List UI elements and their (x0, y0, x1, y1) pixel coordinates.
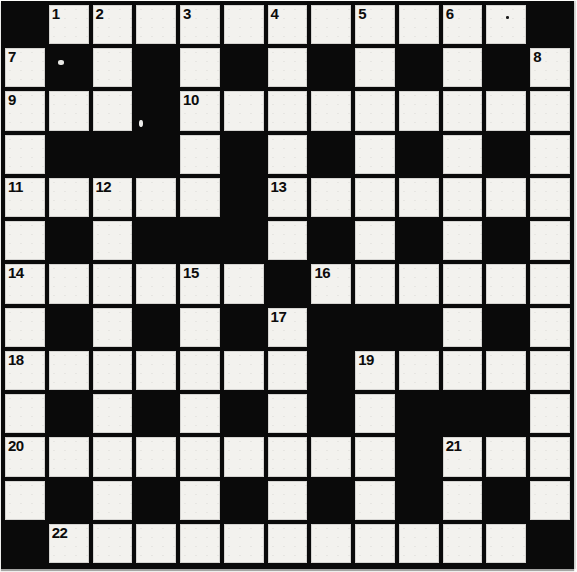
letter-cell-r6-c10[interactable] (443, 264, 483, 303)
letter-cell-r8-c2[interactable] (93, 351, 133, 390)
letter-cell-r7-c10[interactable] (443, 308, 483, 347)
block-cell-r7-c3 (136, 308, 176, 347)
letter-cell-r10-c3[interactable] (136, 437, 176, 476)
scan-artifact (506, 16, 509, 19)
block-cell-r11-c3 (136, 481, 176, 520)
block-cell-r3-c2 (93, 135, 133, 174)
block-cell-r6-c6 (268, 264, 308, 303)
letter-cell-r11-c2[interactable] (93, 481, 133, 520)
block-cell-r11-c1 (49, 481, 89, 520)
letter-cell-r12-c6[interactable] (268, 524, 308, 563)
letter-cell-r5-c6[interactable] (268, 221, 308, 260)
letter-cell-r7-c2[interactable] (93, 308, 133, 347)
letter-cell-r12-c2[interactable] (93, 524, 133, 563)
block-cell-r9-c5 (224, 394, 264, 433)
block-cell-r0-c0 (5, 5, 45, 44)
letter-cell-r10-c5[interactable] (224, 437, 264, 476)
block-cell-r11-c5 (224, 481, 264, 520)
letter-cell-r7-c6[interactable]: 17 (268, 308, 308, 347)
letter-cell-r6-c2[interactable] (93, 264, 133, 303)
letter-cell-r0-c2[interactable]: 2 (93, 5, 133, 44)
letter-cell-r9-c4[interactable] (180, 394, 220, 433)
letter-cell-r0-c11[interactable] (486, 5, 526, 44)
letter-cell-r12-c9[interactable] (399, 524, 439, 563)
letter-cell-r0-c4[interactable]: 3 (180, 5, 220, 44)
block-cell-r11-c7 (311, 481, 351, 520)
letter-cell-r9-c12[interactable] (530, 394, 570, 433)
block-cell-r5-c1 (49, 221, 89, 260)
letter-cell-r7-c12[interactable] (530, 308, 570, 347)
letter-cell-r5-c10[interactable] (443, 221, 483, 260)
clue-number-10: 10 (183, 91, 199, 109)
block-cell-r4-c5 (224, 178, 264, 217)
letter-cell-r2-c2[interactable] (93, 91, 133, 130)
block-cell-r5-c9 (399, 221, 439, 260)
letter-cell-r3-c10[interactable] (443, 135, 483, 174)
clue-number-6: 6 (446, 5, 454, 23)
letter-cell-r2-c11[interactable] (486, 91, 526, 130)
letter-cell-r8-c10[interactable] (443, 351, 483, 390)
letter-cell-r12-c1[interactable]: 22 (49, 524, 89, 563)
letter-cell-r0-c10[interactable]: 6 (443, 5, 483, 44)
letter-cell-r1-c4[interactable] (180, 48, 220, 87)
block-cell-r5-c3 (136, 221, 176, 260)
letter-cell-r0-c6[interactable]: 4 (268, 5, 308, 44)
letter-cell-r6-c12[interactable] (530, 264, 570, 303)
block-cell-r1-c11 (486, 48, 526, 87)
letter-cell-r4-c6[interactable]: 13 (268, 178, 308, 217)
letter-cell-r8-c8[interactable]: 19 (355, 351, 395, 390)
letter-cell-r1-c2[interactable] (93, 48, 133, 87)
letter-cell-r9-c2[interactable] (93, 394, 133, 433)
letter-cell-r4-c8[interactable] (355, 178, 395, 217)
letter-cell-r4-c7[interactable] (311, 178, 351, 217)
letter-cell-r10-c8[interactable] (355, 437, 395, 476)
block-cell-r9-c10 (443, 394, 483, 433)
letter-cell-r5-c12[interactable] (530, 221, 570, 260)
letter-cell-r1-c10[interactable] (443, 48, 483, 87)
letter-cell-r10-c10[interactable]: 21 (443, 437, 483, 476)
letter-cell-r1-c8[interactable] (355, 48, 395, 87)
letter-cell-r8-c1[interactable] (49, 351, 89, 390)
block-cell-r1-c1 (49, 48, 89, 87)
block-cell-r7-c11 (486, 308, 526, 347)
letter-cell-r4-c12[interactable] (530, 178, 570, 217)
letter-cell-r6-c7[interactable]: 16 (311, 264, 351, 303)
letter-cell-r4-c9[interactable] (399, 178, 439, 217)
crossword-page: 12345678910111213141516171819202122 (0, 0, 577, 572)
scan-artifact (139, 120, 143, 127)
letter-cell-r6-c0[interactable]: 14 (5, 264, 45, 303)
block-cell-r12-c0 (5, 524, 45, 563)
letter-cell-r2-c7[interactable] (311, 91, 351, 130)
letter-cell-r3-c12[interactable] (530, 135, 570, 174)
clue-number-1: 1 (52, 5, 60, 23)
letter-cell-r8-c5[interactable] (224, 351, 264, 390)
letter-cell-r0-c9[interactable] (399, 5, 439, 44)
letter-cell-r0-c1[interactable]: 1 (49, 5, 89, 44)
letter-cell-r6-c8[interactable] (355, 264, 395, 303)
block-cell-r5-c7 (311, 221, 351, 260)
letter-cell-r8-c9[interactable] (399, 351, 439, 390)
letter-cell-r6-c4[interactable]: 15 (180, 264, 220, 303)
letter-cell-r9-c6[interactable] (268, 394, 308, 433)
block-cell-r5-c11 (486, 221, 526, 260)
clue-number-15: 15 (183, 264, 199, 282)
letter-cell-r8-c0[interactable]: 18 (5, 351, 45, 390)
letter-cell-r12-c3[interactable] (136, 524, 176, 563)
letter-cell-r2-c6[interactable] (268, 91, 308, 130)
block-cell-r11-c11 (486, 481, 526, 520)
letter-cell-r10-c4[interactable] (180, 437, 220, 476)
block-cell-r8-c7 (311, 351, 351, 390)
clue-number-20: 20 (8, 437, 24, 455)
letter-cell-r2-c10[interactable] (443, 91, 483, 130)
block-cell-r2-c3 (136, 91, 176, 130)
letter-cell-r6-c1[interactable] (49, 264, 89, 303)
letter-cell-r4-c2[interactable]: 12 (93, 178, 133, 217)
clue-number-18: 18 (8, 351, 24, 369)
block-cell-r0-c12 (530, 5, 570, 44)
clue-number-16: 16 (314, 264, 330, 282)
clue-number-11: 11 (8, 178, 23, 196)
letter-cell-r4-c3[interactable] (136, 178, 176, 217)
letter-cell-r4-c11[interactable] (486, 178, 526, 217)
letter-cell-r4-c4[interactable] (180, 178, 220, 217)
letter-cell-r10-c2[interactable] (93, 437, 133, 476)
letter-cell-r10-c11[interactable] (486, 437, 526, 476)
letter-cell-r6-c5[interactable] (224, 264, 264, 303)
letter-cell-r6-c11[interactable] (486, 264, 526, 303)
block-cell-r3-c3 (136, 135, 176, 174)
letter-cell-r12-c8[interactable] (355, 524, 395, 563)
letter-cell-r11-c4[interactable] (180, 481, 220, 520)
block-cell-r9-c1 (49, 394, 89, 433)
letter-cell-r5-c0[interactable] (5, 221, 45, 260)
letter-cell-r1-c0[interactable]: 7 (5, 48, 45, 87)
letter-cell-r10-c7[interactable] (311, 437, 351, 476)
letter-cell-r7-c0[interactable] (5, 308, 45, 347)
block-cell-r7-c1 (49, 308, 89, 347)
letter-cell-r11-c6[interactable] (268, 481, 308, 520)
letter-cell-r8-c3[interactable] (136, 351, 176, 390)
letter-cell-r1-c6[interactable] (268, 48, 308, 87)
letter-cell-r12-c10[interactable] (443, 524, 483, 563)
letter-cell-r12-c5[interactable] (224, 524, 264, 563)
block-cell-r1-c7 (311, 48, 351, 87)
clue-number-14: 14 (8, 264, 24, 282)
block-cell-r7-c9 (399, 308, 439, 347)
letter-cell-r12-c4[interactable] (180, 524, 220, 563)
letter-cell-r0-c7[interactable] (311, 5, 351, 44)
letter-cell-r4-c0[interactable]: 11 (5, 178, 45, 217)
block-cell-r11-c9 (399, 481, 439, 520)
letter-cell-r4-c1[interactable] (49, 178, 89, 217)
letter-cell-r11-c0[interactable] (5, 481, 45, 520)
clue-number-17: 17 (271, 308, 287, 326)
letter-cell-r2-c5[interactable] (224, 91, 264, 130)
letter-cell-r3-c4[interactable] (180, 135, 220, 174)
letter-cell-r10-c6[interactable] (268, 437, 308, 476)
clue-number-3: 3 (183, 5, 191, 23)
letter-cell-r0-c8[interactable]: 5 (355, 5, 395, 44)
block-cell-r9-c11 (486, 394, 526, 433)
letter-cell-r8-c12[interactable] (530, 351, 570, 390)
letter-cell-r3-c6[interactable] (268, 135, 308, 174)
block-cell-r1-c3 (136, 48, 176, 87)
block-cell-r1-c5 (224, 48, 264, 87)
block-cell-r9-c7 (311, 394, 351, 433)
clue-number-19: 19 (358, 351, 374, 369)
letter-cell-r8-c6[interactable] (268, 351, 308, 390)
letter-cell-r2-c1[interactable] (49, 91, 89, 130)
block-cell-r7-c8 (355, 308, 395, 347)
clue-number-8: 8 (533, 48, 541, 66)
letter-cell-r5-c8[interactable] (355, 221, 395, 260)
letter-cell-r9-c8[interactable] (355, 394, 395, 433)
letter-cell-r12-c11[interactable] (486, 524, 526, 563)
block-cell-r3-c7 (311, 135, 351, 174)
letter-cell-r8-c4[interactable] (180, 351, 220, 390)
scan-artifact (58, 60, 64, 65)
clue-number-9: 9 (8, 91, 16, 109)
clue-number-7: 7 (8, 48, 16, 66)
block-cell-r3-c1 (49, 135, 89, 174)
letter-cell-r8-c11[interactable] (486, 351, 526, 390)
clue-number-12: 12 (96, 178, 112, 196)
letter-cell-r6-c3[interactable] (136, 264, 176, 303)
block-cell-r5-c5 (224, 221, 264, 260)
block-cell-r3-c11 (486, 135, 526, 174)
block-cell-r3-c5 (224, 135, 264, 174)
block-cell-r12-c12 (530, 524, 570, 563)
letter-cell-r2-c9[interactable] (399, 91, 439, 130)
block-cell-r9-c3 (136, 394, 176, 433)
letter-cell-r12-c7[interactable] (311, 524, 351, 563)
letter-cell-r10-c1[interactable] (49, 437, 89, 476)
crossword-board: 12345678910111213141516171819202122 (1, 1, 574, 569)
clue-number-21: 21 (446, 437, 462, 455)
letter-cell-r11-c12[interactable] (530, 481, 570, 520)
letter-cell-r2-c0[interactable]: 9 (5, 91, 45, 130)
block-cell-r1-c9 (399, 48, 439, 87)
letter-cell-r5-c2[interactable] (93, 221, 133, 260)
letter-cell-r0-c3[interactable] (136, 5, 176, 44)
clue-number-2: 2 (96, 5, 104, 23)
block-cell-r7-c5 (224, 308, 264, 347)
block-cell-r7-c7 (311, 308, 351, 347)
letter-cell-r9-c0[interactable] (5, 394, 45, 433)
clue-number-13: 13 (271, 178, 287, 196)
letter-cell-r2-c12[interactable] (530, 91, 570, 130)
block-cell-r3-c9 (399, 135, 439, 174)
letter-cell-r11-c8[interactable] (355, 481, 395, 520)
letter-cell-r1-c12[interactable]: 8 (530, 48, 570, 87)
letter-cell-r3-c8[interactable] (355, 135, 395, 174)
block-cell-r10-c9 (399, 437, 439, 476)
clue-number-4: 4 (271, 5, 279, 23)
clue-number-22: 22 (52, 524, 68, 542)
letter-cell-r2-c8[interactable] (355, 91, 395, 130)
letter-cell-r3-c0[interactable] (5, 135, 45, 174)
clue-number-5: 5 (358, 5, 366, 23)
letter-cell-r6-c9[interactable] (399, 264, 439, 303)
letter-cell-r10-c0[interactable]: 20 (5, 437, 45, 476)
letter-cell-r7-c4[interactable] (180, 308, 220, 347)
block-cell-r5-c4 (180, 221, 220, 260)
letter-cell-r2-c4[interactable]: 10 (180, 91, 220, 130)
letter-cell-r0-c5[interactable] (224, 5, 264, 44)
letter-cell-r11-c10[interactable] (443, 481, 483, 520)
letter-cell-r4-c10[interactable] (443, 178, 483, 217)
block-cell-r9-c9 (399, 394, 439, 433)
letter-cell-r10-c12[interactable] (530, 437, 570, 476)
